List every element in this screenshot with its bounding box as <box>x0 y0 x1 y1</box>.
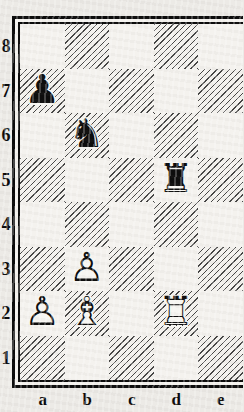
square-c2 <box>109 291 154 336</box>
board-inner-frame: ♟♞♜♟♙♟♙♝♗♜♖ <box>18 22 243 382</box>
chess-diagram: 87654321 ♟♞♜♟♙♟♙♝♗♜♖ abcde <box>0 0 243 412</box>
rank-labels: 87654321 <box>0 25 12 381</box>
square-a8 <box>20 24 65 69</box>
square-d1 <box>154 336 199 381</box>
square-c3 <box>109 247 154 292</box>
square-a6 <box>20 113 65 158</box>
square-f2 <box>243 291 244 336</box>
square-c6 <box>109 113 154 158</box>
square-b3: ♟♙ <box>65 247 110 292</box>
square-e1 <box>198 336 243 381</box>
square-d5: ♜ <box>154 158 199 203</box>
square-b4 <box>65 202 110 247</box>
square-a4 <box>20 202 65 247</box>
square-f5 <box>243 158 244 203</box>
black-piece-d5: ♜ <box>154 158 199 203</box>
square-e6 <box>198 113 243 158</box>
square-c5 <box>109 158 154 203</box>
white-piece-b2: ♝♗ <box>65 291 110 336</box>
chess-board: ♟♞♜♟♙♟♙♝♗♜♖ <box>12 16 243 388</box>
square-d8 <box>154 24 199 69</box>
square-a2: ♟♙ <box>20 291 65 336</box>
rank-label-3: 3 <box>0 247 12 292</box>
square-e5 <box>198 158 243 203</box>
square-f7 <box>243 69 244 114</box>
square-a1 <box>20 336 65 381</box>
square-a3 <box>20 247 65 292</box>
white-piece-a2: ♟♙ <box>20 291 65 336</box>
file-label-c: c <box>110 390 155 410</box>
rank-label-5: 5 <box>0 158 12 203</box>
board-grid: ♟♞♜♟♙♟♙♝♗♜♖ <box>20 24 243 380</box>
white-piece-b3: ♟♙ <box>65 247 110 292</box>
square-b5 <box>65 158 110 203</box>
file-label-e: e <box>199 390 244 410</box>
square-b6: ♞ <box>65 113 110 158</box>
square-f3 <box>243 247 244 292</box>
file-labels: abcde <box>21 390 244 410</box>
square-b8 <box>65 24 110 69</box>
square-f8 <box>243 24 244 69</box>
file-label-d: d <box>154 390 199 410</box>
rank-label-8: 8 <box>0 25 12 70</box>
rank-label-1: 1 <box>0 336 12 381</box>
square-e7 <box>198 69 243 114</box>
square-f1 <box>243 336 244 381</box>
square-a7: ♟ <box>20 69 65 114</box>
square-c4 <box>109 202 154 247</box>
square-d2: ♜♖ <box>154 291 199 336</box>
file-label-b: b <box>65 390 110 410</box>
file-label-a: a <box>21 390 66 410</box>
square-e3 <box>198 247 243 292</box>
square-f6 <box>243 113 244 158</box>
rank-label-2: 2 <box>0 292 12 337</box>
white-piece-d2: ♜♖ <box>154 291 199 336</box>
square-f4 <box>243 202 244 247</box>
square-d6 <box>154 113 199 158</box>
rank-label-6: 6 <box>0 114 12 159</box>
square-d4 <box>154 202 199 247</box>
square-b7 <box>65 69 110 114</box>
black-piece-a7: ♟ <box>20 69 65 114</box>
square-d7 <box>154 69 199 114</box>
square-e8 <box>198 24 243 69</box>
square-b2: ♝♗ <box>65 291 110 336</box>
square-e4 <box>198 202 243 247</box>
square-e2 <box>198 291 243 336</box>
square-b1 <box>65 336 110 381</box>
square-c8 <box>109 24 154 69</box>
black-piece-b6: ♞ <box>65 113 110 158</box>
square-c7 <box>109 69 154 114</box>
square-d3 <box>154 247 199 292</box>
rank-label-4: 4 <box>0 203 12 248</box>
square-c1 <box>109 336 154 381</box>
rank-label-7: 7 <box>0 69 12 114</box>
square-a5 <box>20 158 65 203</box>
